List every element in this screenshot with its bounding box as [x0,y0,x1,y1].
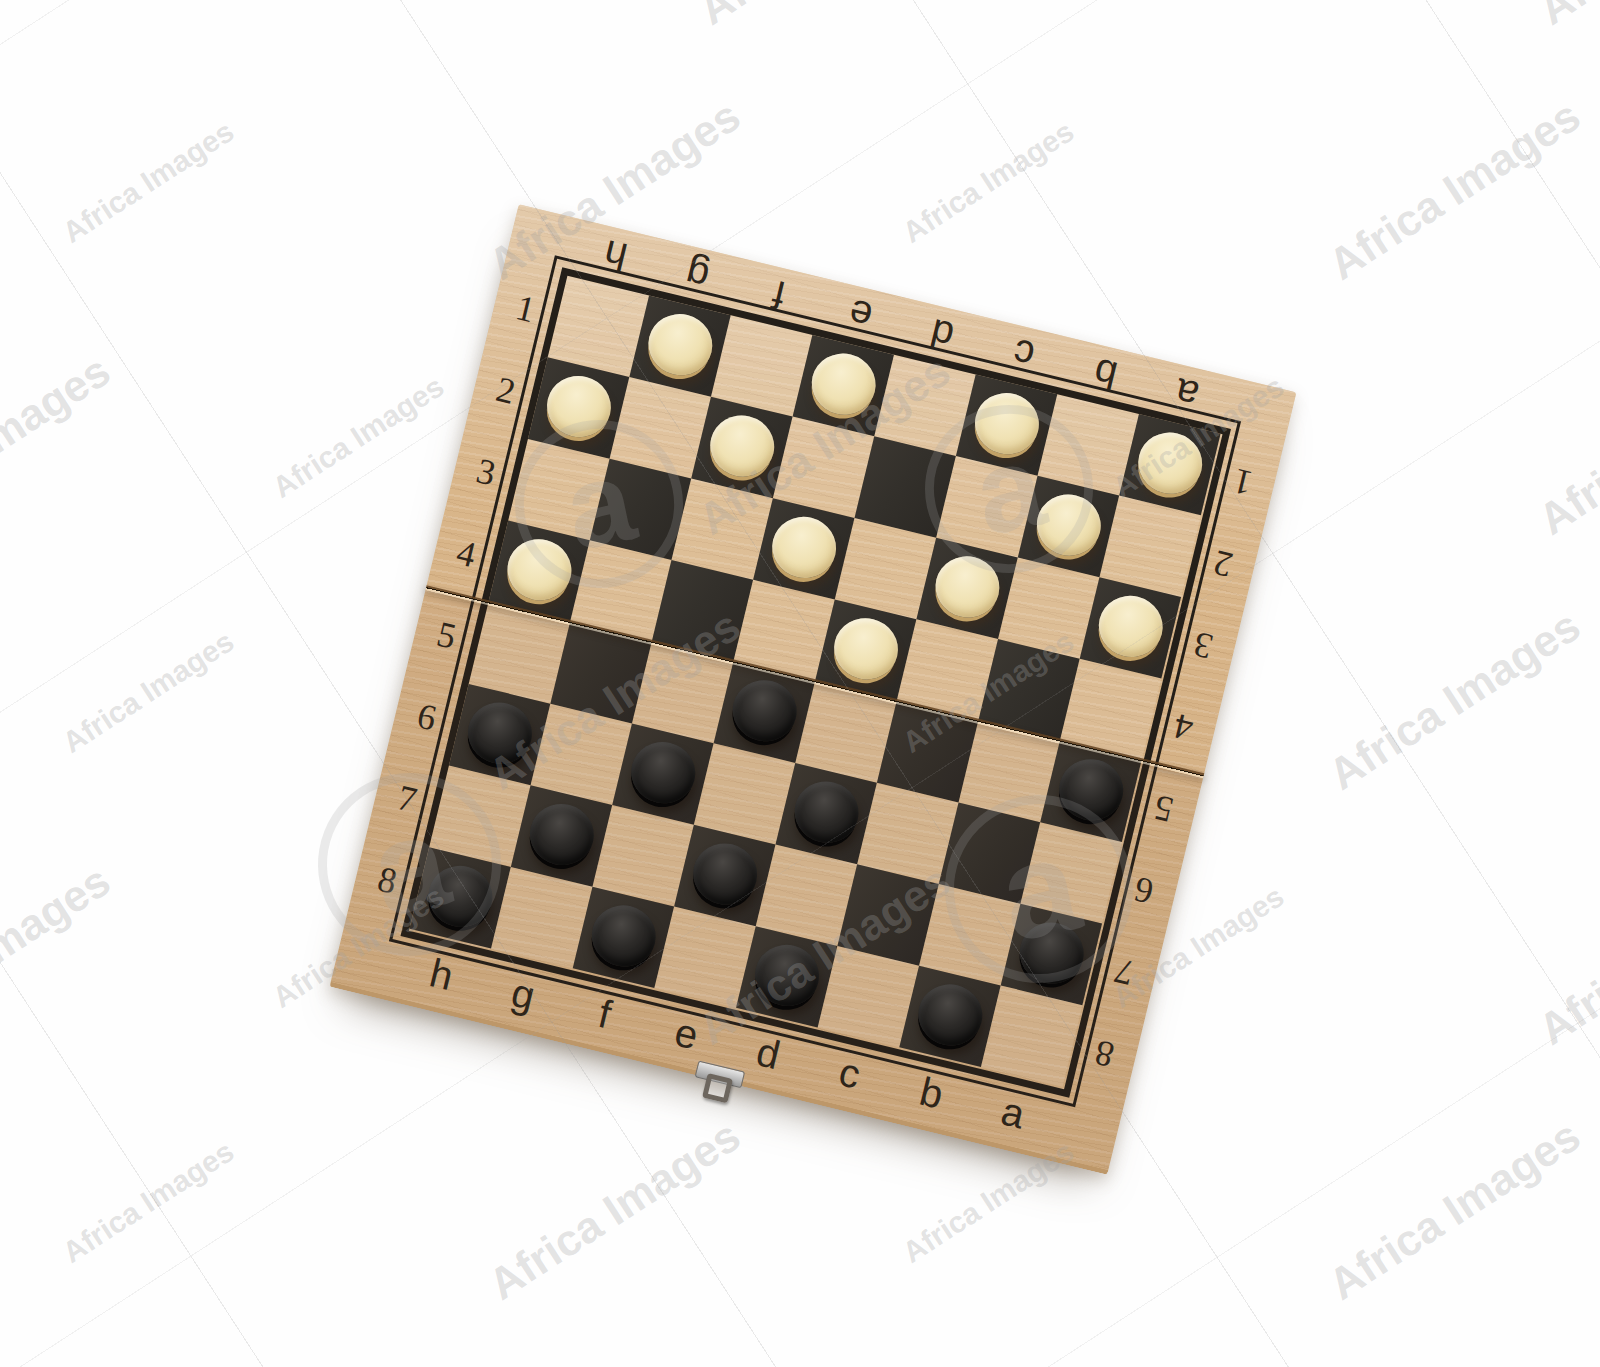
top-label-e: e [844,290,876,339]
watermark-text: Africa Images [57,114,241,250]
bottom-label-b: b [915,1069,947,1118]
watermark-text: Africa Images [1530,855,1600,1054]
watermark-text: Africa Images [0,0,119,35]
square-a8[interactable] [981,985,1082,1086]
top-label-g: g [681,251,713,300]
left-label-3: 3 [472,449,499,494]
top-label-b: b [1089,349,1121,398]
bottom-label-f: f [594,991,615,1037]
checkers-board: hgfedcbahgfedcba1234567812345678 [330,204,1297,1175]
left-label-8: 8 [374,858,401,903]
watermark-text: Africa Images [690,0,959,35]
right-label-5: 5 [1150,786,1177,831]
watermark-text: Africa Images [1320,1110,1589,1309]
bottom-label-e: e [670,1009,702,1058]
watermark-text: Africa Images [1320,600,1589,799]
watermark-text: Africa Images [1530,345,1600,544]
top-label-a: a [1171,369,1203,418]
right-label-2: 2 [1209,541,1236,586]
top-label-c: c [1009,330,1039,378]
right-label-1: 1 [1229,460,1256,505]
bottom-label-a: a [997,1088,1029,1137]
watermark-text: Africa Images [480,1110,749,1309]
top-label-d: d [926,310,958,359]
left-label-1: 1 [512,286,539,331]
watermark-text: Africa Images [57,1134,241,1270]
watermark-text: Africa Images [57,624,241,760]
left-label-5: 5 [433,613,460,658]
bottom-label-h: h [425,950,457,999]
board-squares [519,204,1297,392]
right-label-6: 6 [1130,868,1157,913]
left-label-7: 7 [393,776,420,821]
top-label-h: h [599,231,631,280]
watermark-text: Africa Images [1320,90,1589,289]
right-label-3: 3 [1190,623,1217,668]
right-label-7: 7 [1111,950,1138,995]
left-label-6: 6 [413,694,440,739]
right-label-4: 4 [1170,705,1197,750]
watermark-text: Africa Images [0,345,119,544]
top-label-f: f [768,272,789,318]
watermark-text: Africa Images [1530,0,1600,35]
watermark-text: Africa Images [897,114,1081,250]
metal-clasp-icon [695,1060,746,1088]
watermark-text: Africa Images [267,369,451,505]
watermark-text: Africa Images [0,855,119,1054]
right-label-8: 8 [1091,1031,1118,1076]
bottom-label-g: g [507,970,539,1019]
left-label-4: 4 [453,531,480,576]
bottom-label-c: c [835,1049,865,1097]
bottom-label-d: d [752,1029,784,1078]
left-label-2: 2 [492,368,519,413]
